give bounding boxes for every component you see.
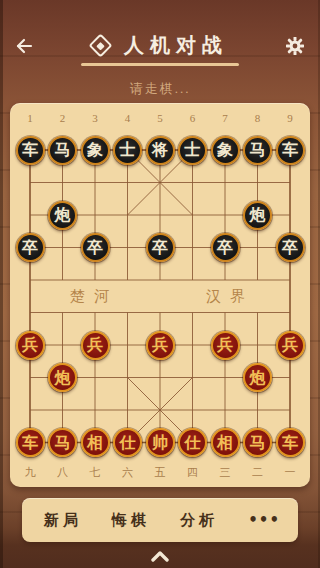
title-divider bbox=[81, 63, 239, 66]
piece-red-仕[interactable]: 仕 bbox=[178, 428, 207, 457]
file-label-bottom: 三 bbox=[220, 465, 231, 480]
piece-red-兵[interactable]: 兵 bbox=[81, 331, 110, 360]
xiangqi-board[interactable]: 楚河 汉界 123456789 九八七六五四三二一 车马象士将士象马车炮炮卒卒卒… bbox=[10, 103, 310, 487]
piece-black-炮[interactable]: 炮 bbox=[243, 201, 272, 230]
piece-black-炮[interactable]: 炮 bbox=[48, 201, 77, 230]
expand-panel-button[interactable] bbox=[142, 546, 178, 566]
file-label-bottom: 二 bbox=[252, 465, 263, 480]
file-label-top: 6 bbox=[190, 112, 196, 124]
analyze-button[interactable]: 分析 bbox=[180, 511, 218, 530]
piece-red-仕[interactable]: 仕 bbox=[113, 428, 142, 457]
status-text: 请走棋... bbox=[0, 80, 320, 98]
file-label-top: 3 bbox=[92, 112, 98, 124]
file-label-bottom: 八 bbox=[57, 465, 68, 480]
piece-red-帅[interactable]: 帅 bbox=[146, 428, 175, 457]
piece-black-将[interactable]: 将 bbox=[146, 136, 175, 165]
piece-red-马[interactable]: 马 bbox=[48, 428, 77, 457]
piece-black-象[interactable]: 象 bbox=[81, 136, 110, 165]
piece-black-卒[interactable]: 卒 bbox=[211, 233, 240, 262]
piece-black-卒[interactable]: 卒 bbox=[16, 233, 45, 262]
piece-red-炮[interactable]: 炮 bbox=[48, 363, 77, 392]
more-button[interactable]: ••• bbox=[248, 511, 280, 529]
piece-red-相[interactable]: 相 bbox=[81, 428, 110, 457]
piece-red-马[interactable]: 马 bbox=[243, 428, 272, 457]
file-label-bottom: 六 bbox=[122, 465, 133, 480]
piece-black-象[interactable]: 象 bbox=[211, 136, 240, 165]
file-label-top: 8 bbox=[255, 112, 261, 124]
piece-red-兵[interactable]: 兵 bbox=[211, 331, 240, 360]
file-label-bottom: 一 bbox=[285, 465, 296, 480]
settings-button[interactable] bbox=[280, 33, 310, 59]
piece-black-士[interactable]: 士 bbox=[178, 136, 207, 165]
undo-move-button[interactable]: 悔棋 bbox=[112, 511, 150, 530]
file-label-bottom: 五 bbox=[155, 465, 166, 480]
gear-icon bbox=[286, 37, 304, 55]
file-label-top: 1 bbox=[27, 112, 33, 124]
piece-red-兵[interactable]: 兵 bbox=[276, 331, 305, 360]
top-bar: 人机对战 bbox=[0, 0, 320, 62]
file-label-top: 4 bbox=[125, 112, 131, 124]
file-label-bottom: 四 bbox=[187, 465, 198, 480]
piece-red-相[interactable]: 相 bbox=[211, 428, 240, 457]
bottom-toolbar: 新局悔棋分析••• bbox=[22, 498, 298, 542]
file-label-top: 7 bbox=[222, 112, 228, 124]
piece-red-炮[interactable]: 炮 bbox=[243, 363, 272, 392]
page-title: 人机对战 bbox=[121, 32, 228, 59]
title-group: 人机对战 bbox=[0, 31, 320, 59]
file-label-top: 9 bbox=[287, 112, 293, 124]
file-label-bottom: 九 bbox=[25, 465, 36, 480]
piece-red-车[interactable]: 车 bbox=[16, 428, 45, 457]
file-label-top: 2 bbox=[60, 112, 66, 124]
piece-black-车[interactable]: 车 bbox=[276, 136, 305, 165]
piece-black-车[interactable]: 车 bbox=[16, 136, 45, 165]
piece-black-马[interactable]: 马 bbox=[48, 136, 77, 165]
chevron-up-icon bbox=[151, 551, 169, 562]
new-game-button[interactable]: 新局 bbox=[44, 511, 82, 530]
river-label-right: 汉界 bbox=[202, 287, 254, 306]
piece-black-卒[interactable]: 卒 bbox=[276, 233, 305, 262]
piece-red-兵[interactable]: 兵 bbox=[16, 331, 45, 360]
piece-black-马[interactable]: 马 bbox=[243, 136, 272, 165]
river-label-left: 楚河 bbox=[66, 287, 118, 306]
diamond-badge-icon bbox=[88, 33, 112, 57]
piece-black-卒[interactable]: 卒 bbox=[146, 233, 175, 262]
piece-black-卒[interactable]: 卒 bbox=[81, 233, 110, 262]
piece-red-车[interactable]: 车 bbox=[276, 428, 305, 457]
file-label-bottom: 七 bbox=[90, 465, 101, 480]
piece-black-士[interactable]: 士 bbox=[113, 136, 142, 165]
file-label-top: 5 bbox=[157, 112, 163, 124]
piece-red-兵[interactable]: 兵 bbox=[146, 331, 175, 360]
